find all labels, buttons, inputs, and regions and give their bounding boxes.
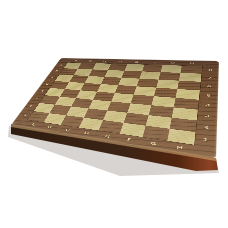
rank-label-8-right: 8	[202, 66, 218, 74]
rank-label-2-right: 2	[196, 121, 216, 135]
file-label-f-far: F	[145, 60, 164, 65]
file-label-g-far: G	[163, 60, 183, 65]
product-photo-chessboard: AABBCCDDEEFFGGHH1122334455667788	[0, 0, 228, 228]
rank-label-6-right: 6	[200, 82, 217, 92]
rank-label-3-right: 3	[197, 110, 216, 123]
file-label-e-far: E	[127, 59, 146, 64]
rank-label-1-right: 1	[195, 132, 216, 148]
board-coordinates: AABBCCDDEEFFGGHH1122334455667788	[61, 58, 219, 61]
rank-label-5-right: 5	[199, 90, 217, 101]
file-label-h-far: H	[182, 60, 203, 65]
rank-label-4-right: 4	[198, 100, 217, 112]
rank-label-7-right: 7	[201, 74, 218, 83]
